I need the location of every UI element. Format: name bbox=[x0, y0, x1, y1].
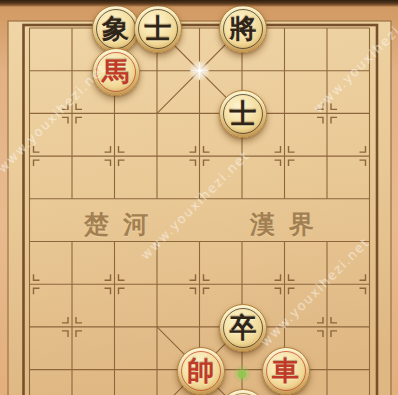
pieces-layer: 象士將馬士卒帥車 bbox=[0, 0, 398, 395]
piece-char: 士 bbox=[145, 6, 172, 52]
piece-red-general[interactable]: 帥 bbox=[177, 347, 225, 395]
piece-black-elephant[interactable]: 象 bbox=[92, 5, 140, 53]
piece-cropped-piece[interactable] bbox=[219, 389, 267, 395]
piece-black-advisor-b[interactable]: 士 bbox=[219, 90, 267, 138]
piece-char: 車 bbox=[272, 348, 299, 394]
piece-black-advisor-a[interactable]: 士 bbox=[134, 5, 182, 53]
table-edge-shadow bbox=[0, 0, 398, 7]
piece-char: 馬 bbox=[102, 49, 129, 95]
piece-char: 象 bbox=[102, 6, 129, 52]
piece-char: 將 bbox=[230, 6, 257, 52]
piece-red-chariot[interactable]: 車 bbox=[262, 347, 310, 395]
piece-char: 卒 bbox=[230, 305, 257, 351]
piece-black-soldier[interactable]: 卒 bbox=[219, 304, 267, 352]
piece-red-horse[interactable]: 馬 bbox=[92, 48, 140, 96]
piece-black-general[interactable]: 將 bbox=[219, 5, 267, 53]
xiangqi-board-screen: 楚河 漢界 象士將馬士卒帥車 www.youxihezi.netwww.youx… bbox=[0, 0, 398, 395]
piece-char: 帥 bbox=[187, 348, 214, 394]
piece-char: 士 bbox=[230, 91, 257, 137]
